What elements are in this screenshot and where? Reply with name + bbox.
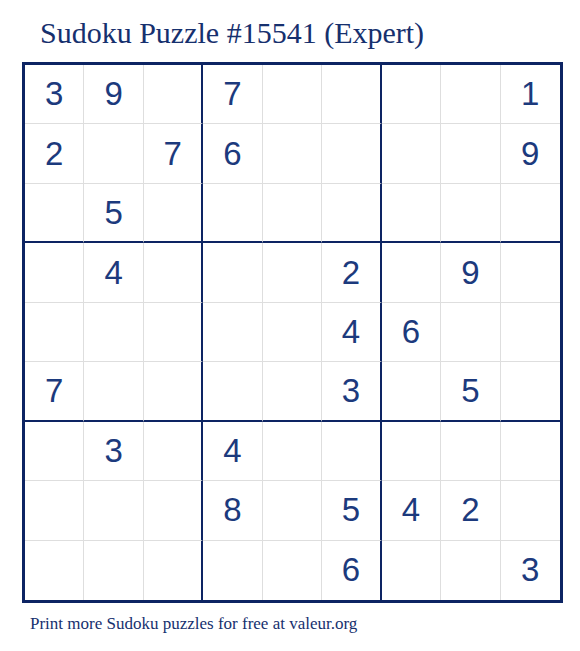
cell-r3c2: 5 [84, 184, 143, 243]
footer-text: Print more Sudoku puzzles for free at va… [30, 613, 357, 635]
cell-r2c7 [382, 124, 441, 183]
cell-r3c4 [203, 184, 262, 243]
cell-r7c7 [382, 422, 441, 481]
cell-r8c1 [25, 481, 84, 540]
cell-r4c5 [263, 243, 322, 302]
cell-r8c7: 4 [382, 481, 441, 540]
cell-r9c8 [441, 541, 500, 600]
cell-r1c5 [263, 65, 322, 124]
cell-r7c1 [25, 422, 84, 481]
cell-r2c8 [441, 124, 500, 183]
cell-r4c2: 4 [84, 243, 143, 302]
cell-r7c5 [263, 422, 322, 481]
page-title: Sudoku Puzzle #15541 (Expert) [40, 16, 424, 49]
cell-r5c8 [441, 303, 500, 362]
cell-r3c6 [322, 184, 381, 243]
cell-r4c7 [382, 243, 441, 302]
cell-r5c4 [203, 303, 262, 362]
cell-r2c5 [263, 124, 322, 183]
cell-r1c4: 7 [203, 65, 262, 124]
cell-r7c2: 3 [84, 422, 143, 481]
cell-r3c9 [501, 184, 560, 243]
cell-r8c2 [84, 481, 143, 540]
cell-r8c5 [263, 481, 322, 540]
cell-r6c7 [382, 362, 441, 421]
cell-r4c3 [144, 243, 203, 302]
cell-r7c4: 4 [203, 422, 262, 481]
cell-r5c5 [263, 303, 322, 362]
cell-r9c5 [263, 541, 322, 600]
cell-r9c1 [25, 541, 84, 600]
cell-r3c5 [263, 184, 322, 243]
cell-r3c3 [144, 184, 203, 243]
cell-r3c8 [441, 184, 500, 243]
cell-r6c5 [263, 362, 322, 421]
cell-r9c6: 6 [322, 541, 381, 600]
cell-r2c4: 6 [203, 124, 262, 183]
cell-r9c9: 3 [501, 541, 560, 600]
cell-r4c6: 2 [322, 243, 381, 302]
cell-r9c4 [203, 541, 262, 600]
cell-r6c9 [501, 362, 560, 421]
cell-r1c3 [144, 65, 203, 124]
cell-r7c8 [441, 422, 500, 481]
cell-r9c7 [382, 541, 441, 600]
cell-r2c3: 7 [144, 124, 203, 183]
cell-r7c6 [322, 422, 381, 481]
cell-r4c1 [25, 243, 84, 302]
cell-r8c8: 2 [441, 481, 500, 540]
cell-r2c2 [84, 124, 143, 183]
cell-r1c2: 9 [84, 65, 143, 124]
cell-r5c3 [144, 303, 203, 362]
cell-r2c6 [322, 124, 381, 183]
cell-r2c1: 2 [25, 124, 84, 183]
cell-r7c3 [144, 422, 203, 481]
cell-r8c3 [144, 481, 203, 540]
cell-r7c9 [501, 422, 560, 481]
cell-r1c1: 3 [25, 65, 84, 124]
cell-r6c6: 3 [322, 362, 381, 421]
cell-r6c1: 7 [25, 362, 84, 421]
cell-r6c2 [84, 362, 143, 421]
cell-r1c9: 1 [501, 65, 560, 124]
cell-r1c8 [441, 65, 500, 124]
sudoku-print-page: Sudoku Puzzle #15541 (Expert) 3971276954… [0, 0, 580, 651]
cell-r2c9: 9 [501, 124, 560, 183]
cell-r4c9 [501, 243, 560, 302]
cell-r5c1 [25, 303, 84, 362]
cell-r9c2 [84, 541, 143, 600]
cell-r8c9 [501, 481, 560, 540]
cell-r9c3 [144, 541, 203, 600]
cell-r8c6: 5 [322, 481, 381, 540]
cell-r1c7 [382, 65, 441, 124]
cell-r1c6 [322, 65, 381, 124]
cell-r5c7: 6 [382, 303, 441, 362]
sudoku-board: 3971276954294673534854263 [22, 62, 563, 603]
cell-r5c9 [501, 303, 560, 362]
cell-r3c7 [382, 184, 441, 243]
cell-r8c4: 8 [203, 481, 262, 540]
cell-r5c6: 4 [322, 303, 381, 362]
cell-r3c1 [25, 184, 84, 243]
cell-r4c8: 9 [441, 243, 500, 302]
cell-r6c8: 5 [441, 362, 500, 421]
cell-r4c4 [203, 243, 262, 302]
cell-r5c2 [84, 303, 143, 362]
cell-r6c3 [144, 362, 203, 421]
cell-r6c4 [203, 362, 262, 421]
